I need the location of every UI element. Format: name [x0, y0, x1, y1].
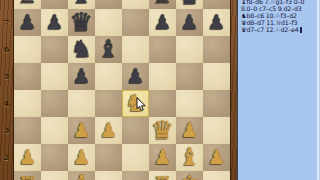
square-c3[interactable]: ♟ [68, 117, 95, 144]
square-a6[interactable] [14, 36, 41, 63]
piece-black-pawn[interactable]: ♟ [68, 63, 95, 90]
piece-white-pawn[interactable]: ♟ [68, 144, 95, 171]
move-line: ♞b8–c6 10.♘f3–d2 [241, 12, 319, 19]
square-c4[interactable] [68, 90, 95, 117]
square-a5[interactable] [14, 63, 41, 90]
square-g5[interactable] [176, 63, 203, 90]
rank-label-7: 7 [0, 16, 13, 29]
piece-black-king[interactable]: ♚ [176, 0, 203, 9]
piece-white-king[interactable]: ♚ [176, 171, 203, 180]
move-line: ♛d8–d7 11.♕d1–f3 [241, 19, 319, 26]
square-h6[interactable] [203, 36, 230, 63]
square-e3[interactable] [122, 117, 149, 144]
piece-black-rook[interactable]: ♜ [14, 0, 41, 9]
piece-black-knight[interactable]: ♞ [68, 36, 95, 63]
piece-white-pawn[interactable]: ♟ [14, 144, 41, 171]
piece-white-rook[interactable]: ♜ [14, 171, 41, 180]
piece-black-pawn[interactable]: ♟ [41, 9, 68, 36]
rank-label-2: 2 [0, 151, 13, 164]
square-a8[interactable]: ♜ [14, 0, 41, 9]
square-f8[interactable]: ♜ [149, 0, 176, 9]
square-g7[interactable]: ♟ [176, 9, 203, 36]
square-e5[interactable]: ♟ [122, 63, 149, 90]
chess-board[interactable]: 87654321 ♜♝♜♚♟♟♛♟♟♟♞♝♟♟♞♟♟♛♟♟♟♟♝♟♜♝♜♚ [0, 0, 237, 180]
square-f1[interactable]: ♜ [149, 171, 176, 180]
square-d7[interactable] [95, 9, 122, 36]
square-d1[interactable] [95, 171, 122, 180]
piece-black-rook[interactable]: ♜ [149, 0, 176, 9]
square-c2[interactable]: ♟ [68, 144, 95, 171]
square-e8[interactable] [122, 0, 149, 9]
square-b4[interactable] [41, 90, 68, 117]
square-g1[interactable]: ♚ [176, 171, 203, 180]
chess-app-window: 87654321 ♜♝♜♚♟♟♛♟♟♟♞♝♟♟♞♟♟♛♟♟♟♟♝♟♜♝♜♚ ♝f… [0, 0, 320, 180]
square-h1[interactable] [203, 171, 230, 180]
piece-black-pawn[interactable]: ♟ [149, 9, 176, 36]
square-h5[interactable] [203, 63, 230, 90]
square-b5[interactable] [41, 63, 68, 90]
rank-label-1: 1 [0, 178, 13, 180]
square-f6[interactable] [149, 36, 176, 63]
square-b3[interactable] [41, 117, 68, 144]
piece-white-queen[interactable]: ♛ [149, 117, 176, 144]
piece-white-pawn[interactable]: ♟ [149, 144, 176, 171]
square-b6[interactable] [41, 36, 68, 63]
square-f3[interactable]: ♛ [149, 117, 176, 144]
square-f5[interactable] [149, 63, 176, 90]
rank-label-6: 6 [0, 43, 13, 56]
piece-black-pawn[interactable]: ♟ [122, 63, 149, 90]
piece-white-pawn[interactable]: ♟ [176, 117, 203, 144]
panel-edge [317, 0, 319, 180]
square-c6[interactable]: ♞ [68, 36, 95, 63]
square-g8[interactable]: ♚ [176, 0, 203, 9]
square-d5[interactable] [95, 63, 122, 90]
square-h3[interactable] [203, 117, 230, 144]
move-line: ♛d7–c7 12.♘d2–e4 [241, 26, 319, 33]
square-c5[interactable]: ♟ [68, 63, 95, 90]
piece-black-pawn[interactable]: ♟ [203, 9, 230, 36]
piece-white-rook[interactable]: ♜ [149, 171, 176, 180]
square-b8[interactable] [41, 0, 68, 9]
square-d4[interactable] [95, 90, 122, 117]
square-a2[interactable]: ♟ [14, 144, 41, 171]
square-g3[interactable]: ♟ [176, 117, 203, 144]
square-a1[interactable]: ♜ [14, 171, 41, 180]
rank-label-3: 3 [0, 124, 13, 137]
move-list: ♝f8–d6 7.♘g1–f3 0–08.0–0 c7–c5 9.d2–d3♞b… [241, 0, 319, 33]
board-squares[interactable]: ♜♝♜♚♟♟♛♟♟♟♞♝♟♟♞♟♟♛♟♟♟♟♝♟♜♝♜♚ [14, 0, 230, 180]
rank-label-4: 4 [0, 97, 13, 110]
square-a7[interactable]: ♟ [14, 9, 41, 36]
square-g6[interactable] [176, 36, 203, 63]
rank-label-5: 5 [0, 70, 13, 83]
square-h8[interactable] [203, 0, 230, 9]
piece-white-pawn[interactable]: ♟ [95, 117, 122, 144]
square-d8[interactable] [95, 0, 122, 9]
text-caret [300, 27, 302, 33]
piece-black-pawn[interactable]: ♟ [14, 9, 41, 36]
piece-black-bishop[interactable]: ♝ [95, 36, 122, 63]
square-e1[interactable] [122, 171, 149, 180]
square-d2[interactable] [95, 144, 122, 171]
piece-black-queen[interactable]: ♛ [68, 9, 95, 36]
square-e2[interactable] [122, 144, 149, 171]
piece-white-bishop[interactable]: ♝ [176, 144, 203, 171]
square-b2[interactable] [41, 144, 68, 171]
square-d3[interactable]: ♟ [95, 117, 122, 144]
square-f4[interactable] [149, 90, 176, 117]
square-f2[interactable]: ♟ [149, 144, 176, 171]
square-a3[interactable] [14, 117, 41, 144]
square-c1[interactable]: ♝ [68, 171, 95, 180]
square-h4[interactable] [203, 90, 230, 117]
rank-label-8: 8 [0, 0, 13, 2]
square-a4[interactable] [14, 90, 41, 117]
move-line: 8.0–0 c7–c5 9.d2–d3 [241, 5, 319, 12]
piece-white-pawn[interactable]: ♟ [203, 144, 230, 171]
move-list-panel[interactable]: ♝f8–d6 7.♘g1–f3 0–08.0–0 c7–c5 9.d2–d3♞b… [237, 0, 320, 180]
square-e6[interactable] [122, 36, 149, 63]
square-g2[interactable]: ♝ [176, 144, 203, 171]
square-h2[interactable]: ♟ [203, 144, 230, 171]
square-c7[interactable]: ♛ [68, 9, 95, 36]
square-h7[interactable]: ♟ [203, 9, 230, 36]
square-g4[interactable] [176, 90, 203, 117]
piece-white-bishop[interactable]: ♝ [68, 171, 95, 180]
square-b7[interactable]: ♟ [41, 9, 68, 36]
square-b1[interactable] [41, 171, 68, 180]
square-e7[interactable] [122, 9, 149, 36]
piece-white-pawn[interactable]: ♟ [68, 117, 95, 144]
mouse-cursor-icon [136, 97, 147, 112]
piece-black-pawn[interactable]: ♟ [176, 9, 203, 36]
square-d6[interactable]: ♝ [95, 36, 122, 63]
square-f7[interactable]: ♟ [149, 9, 176, 36]
